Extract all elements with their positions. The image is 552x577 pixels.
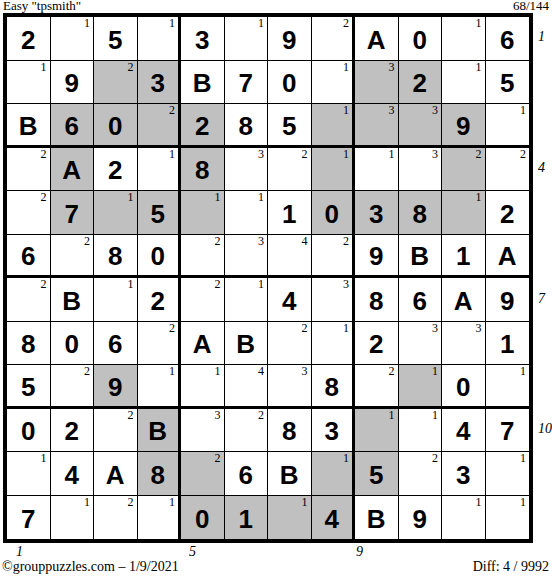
cell-r11c10[interactable]: 2 <box>399 452 443 496</box>
cell-value: 2 <box>413 70 427 96</box>
cell-value: 0 <box>195 506 209 532</box>
cell-r8c5[interactable]: A <box>181 322 225 366</box>
difficulty-text: Diff: 4 / 9992 <box>473 559 549 574</box>
cell-value: 5 <box>21 374 35 400</box>
cell-value: 5 <box>108 27 122 53</box>
cell-r9c7[interactable]: 3 <box>268 365 312 409</box>
cell-r4c4[interactable]: 1 <box>138 148 182 192</box>
cell-value: 2 <box>500 201 514 227</box>
cell-r10c5[interactable]: 3 <box>181 409 225 453</box>
cell-r3c11[interactable]: 9 <box>442 104 486 148</box>
cell-r2c9[interactable]: 3 <box>355 61 399 105</box>
cell-r6c2[interactable]: 2 <box>51 235 95 279</box>
cell-r12c10[interactable]: 9 <box>399 496 443 540</box>
cell-value: A <box>454 288 473 314</box>
pencil-mark: 2 <box>343 17 349 30</box>
cell-r9c4[interactable]: 1 <box>138 365 182 409</box>
cell-r5c7[interactable]: 1 <box>268 191 312 235</box>
cell-r5c6[interactable]: 1 <box>225 191 269 235</box>
cell-value: B <box>193 70 212 96</box>
copyright-text: ©grouppuzzles.com – 1/9/2021 <box>2 559 179 574</box>
cell-value: B <box>62 288 81 314</box>
cell-value: 3 <box>195 27 209 53</box>
cell-value: 0 <box>413 27 427 53</box>
cell-value: 1 <box>282 201 296 227</box>
cell-r11c8[interactable]: 1 <box>312 452 356 496</box>
cell-r10c3[interactable]: 2 <box>94 409 138 453</box>
cell-value: 8 <box>108 243 122 269</box>
cell-value: 0 <box>65 331 79 357</box>
cell-value: 2 <box>151 288 165 314</box>
pencil-mark: 1 <box>476 496 482 509</box>
row-label-10: 10 <box>538 422 552 436</box>
pencil-mark: 1 <box>389 409 395 422</box>
cell-value: 1 <box>239 506 253 532</box>
cell-r5c11[interactable]: 1 <box>442 191 486 235</box>
cell-r1c8[interactable]: 2 <box>312 17 356 61</box>
cell-r4c7[interactable]: 2 <box>268 148 312 192</box>
cell-r11c4[interactable]: 8 <box>138 452 182 496</box>
pencil-mark: 2 <box>84 235 90 248</box>
cell-r9c11[interactable]: 0 <box>442 365 486 409</box>
cell-value: A <box>193 331 212 357</box>
cell-r9c2[interactable]: 2 <box>51 365 95 409</box>
pencil-mark: 2 <box>476 148 482 161</box>
cell-r10c10[interactable]: 1 <box>399 409 443 453</box>
cell-r10c8[interactable]: 3 <box>312 409 356 453</box>
cell-r6c1[interactable]: 6 <box>7 235 51 279</box>
cell-r4c3[interactable]: 2 <box>94 148 138 192</box>
pencil-mark: 3 <box>432 322 438 335</box>
cell-r11c12[interactable]: 1 <box>486 452 530 496</box>
cell-value: 5 <box>500 70 514 96</box>
cell-value: 9 <box>108 374 122 400</box>
row-label-7: 7 <box>538 292 545 306</box>
cell-r5c1[interactable]: 2 <box>7 191 51 235</box>
cell-r2c2[interactable]: 9 <box>51 61 95 105</box>
pencil-mark: 3 <box>258 148 264 161</box>
cell-value: 5 <box>369 462 383 488</box>
cell-value: 0 <box>282 70 296 96</box>
pencil-mark: 1 <box>128 278 134 291</box>
cell-value: A <box>367 27 386 53</box>
cell-value: 2 <box>195 113 209 139</box>
cell-value: 0 <box>151 243 165 269</box>
cell-r10c6[interactable]: 2 <box>225 409 269 453</box>
cell-value: A <box>62 157 81 183</box>
pencil-mark: 3 <box>389 104 395 117</box>
pencil-mark: 1 <box>258 17 264 30</box>
cell-value: 9 <box>456 113 470 139</box>
cell-r8c9[interactable]: 2 <box>355 322 399 366</box>
pencil-mark: 1 <box>520 365 526 378</box>
cell-r6c4[interactable]: 0 <box>138 235 182 279</box>
cell-r11c1[interactable]: 1 <box>7 452 51 496</box>
cell-value: 7 <box>21 506 35 532</box>
pencil-mark: 2 <box>215 235 221 248</box>
pencil-mark: 1 <box>520 104 526 117</box>
pencil-mark: 2 <box>128 496 134 509</box>
pencil-mark: 1 <box>169 365 175 378</box>
cell-value: 7 <box>65 201 79 227</box>
cell-r3c4[interactable]: 2 <box>138 104 182 148</box>
cell-r5c10[interactable]: 8 <box>399 191 443 235</box>
cell-r7c7[interactable]: 4 <box>268 278 312 322</box>
cell-r4c10[interactable]: 3 <box>399 148 443 192</box>
cell-r9c9[interactable]: 2 <box>355 365 399 409</box>
pencil-mark: 1 <box>476 61 482 74</box>
pencil-mark: 1 <box>343 452 349 465</box>
cell-r7c8[interactable]: 3 <box>312 278 356 322</box>
cell-r11c6[interactable]: 6 <box>225 452 269 496</box>
cell-value: B <box>236 331 255 357</box>
cell-r4c6[interactable]: 3 <box>225 148 269 192</box>
cell-r10c7[interactable]: 8 <box>268 409 312 453</box>
cell-value: 0 <box>456 374 470 400</box>
cell-r4c11[interactable]: 2 <box>442 148 486 192</box>
cell-r7c12[interactable]: 9 <box>486 278 530 322</box>
cell-r12c11[interactable]: 1 <box>442 496 486 540</box>
cell-r3c7[interactable]: 5 <box>268 104 312 148</box>
cell-r7c10[interactable]: 6 <box>399 278 443 322</box>
cell-value: 2 <box>21 27 35 53</box>
cell-r2c8[interactable]: 1 <box>312 61 356 105</box>
cell-value: 5 <box>151 201 165 227</box>
cell-r12c8[interactable]: 4 <box>312 496 356 540</box>
pencil-mark: 2 <box>389 365 395 378</box>
cell-r5c4[interactable]: 5 <box>138 191 182 235</box>
pencil-mark: 3 <box>389 61 395 74</box>
cell-r10c9[interactable]: 1 <box>355 409 399 453</box>
cell-r6c9[interactable]: 9 <box>355 235 399 279</box>
cell-r9c6[interactable]: 4 <box>225 365 269 409</box>
cell-value: B <box>410 243 429 269</box>
cell-r9c10[interactable]: 1 <box>399 365 443 409</box>
pencil-mark: 3 <box>432 148 438 161</box>
progress-counter: 68/144 <box>513 0 549 13</box>
cell-value: 7 <box>500 418 514 444</box>
cell-r3c3[interactable]: 0 <box>94 104 138 148</box>
pencil-mark: 2 <box>41 278 47 291</box>
pencil-mark: 1 <box>258 278 264 291</box>
pencil-mark: 2 <box>302 148 308 161</box>
cell-r3c8[interactable]: 1 <box>312 104 356 148</box>
cell-r10c11[interactable]: 4 <box>442 409 486 453</box>
cell-value: 0 <box>325 201 339 227</box>
cell-value: 2 <box>369 331 383 357</box>
pencil-mark: 1 <box>169 496 175 509</box>
cell-value: 6 <box>21 243 35 269</box>
cell-r12c12[interactable]: 1 <box>486 496 530 540</box>
cell-value: 7 <box>239 70 253 96</box>
pencil-mark: 1 <box>389 148 395 161</box>
cell-r8c8[interactable]: 1 <box>312 322 356 366</box>
pencil-mark: 3 <box>343 278 349 291</box>
cell-r3c10[interactable]: 3 <box>399 104 443 148</box>
cell-value: 6 <box>500 27 514 53</box>
cell-r8c1[interactable]: 8 <box>7 322 51 366</box>
cell-r12c3[interactable]: 2 <box>94 496 138 540</box>
cell-value: 4 <box>282 288 296 314</box>
pencil-mark: 2 <box>215 278 221 291</box>
pencil-mark: 1 <box>215 365 221 378</box>
cell-r2c3[interactable]: 2 <box>94 61 138 105</box>
pencil-mark: 1 <box>476 191 482 204</box>
pencil-mark: 1 <box>343 148 349 161</box>
cell-r4c8[interactable]: 1 <box>312 148 356 192</box>
pencil-mark: 1 <box>41 61 47 74</box>
pencil-mark: 1 <box>343 104 349 117</box>
cell-r8c11[interactable]: 3 <box>442 322 486 366</box>
cell-r11c9[interactable]: 5 <box>355 452 399 496</box>
pencil-mark: 2 <box>302 322 308 335</box>
cell-value: 9 <box>413 506 427 532</box>
cell-r2c7[interactable]: 0 <box>268 61 312 105</box>
cell-value: 2 <box>108 157 122 183</box>
cell-r9c1[interactable]: 5 <box>7 365 51 409</box>
cell-value: 4 <box>325 506 339 532</box>
cell-value: 8 <box>325 374 339 400</box>
row-label-1: 1 <box>538 30 545 44</box>
cell-r8c4[interactable]: 2 <box>138 322 182 366</box>
cell-r3c9[interactable]: 3 <box>355 104 399 148</box>
cell-r8c12[interactable]: 1 <box>486 322 530 366</box>
pencil-mark: 2 <box>343 235 349 248</box>
cell-r1c10[interactable]: 0 <box>399 17 443 61</box>
cell-r2c1[interactable]: 1 <box>7 61 51 105</box>
cell-value: 8 <box>282 418 296 444</box>
pencil-mark: 3 <box>432 104 438 117</box>
cell-value: A <box>106 462 125 488</box>
cell-r1c11[interactable]: 1 <box>442 17 486 61</box>
cell-r7c1[interactable]: 2 <box>7 278 51 322</box>
sudoku-board: 21513192A0161923B7013215B602285133912A21… <box>3 13 533 543</box>
pencil-mark: 3 <box>476 322 482 335</box>
pencil-mark: 2 <box>432 452 438 465</box>
cell-r2c4[interactable]: 3 <box>138 61 182 105</box>
cell-value: 8 <box>369 288 383 314</box>
cell-r10c4[interactable]: B <box>138 409 182 453</box>
cell-value: 9 <box>369 243 383 269</box>
col-label-5: 5 <box>189 545 196 559</box>
cell-r2c12[interactable]: 5 <box>486 61 530 105</box>
cell-r7c11[interactable]: A <box>442 278 486 322</box>
cell-value: 1 <box>500 331 514 357</box>
cell-r5c2[interactable]: 7 <box>51 191 95 235</box>
cell-r12c1[interactable]: 7 <box>7 496 51 540</box>
cell-value: 0 <box>108 113 122 139</box>
pencil-mark: 2 <box>41 191 47 204</box>
cell-value: 8 <box>151 462 165 488</box>
pencil-mark: 1 <box>343 322 349 335</box>
cell-r11c7[interactable]: B <box>268 452 312 496</box>
cell-r6c10[interactable]: B <box>399 235 443 279</box>
cell-value: 8 <box>413 201 427 227</box>
cell-r9c12[interactable]: 1 <box>486 365 530 409</box>
cell-value: 2 <box>65 418 79 444</box>
cell-r1c4[interactable]: 1 <box>138 17 182 61</box>
pencil-mark: 1 <box>432 365 438 378</box>
pencil-mark: 1 <box>169 17 175 30</box>
cell-r9c5[interactable]: 1 <box>181 365 225 409</box>
pencil-mark: 4 <box>302 235 308 248</box>
cell-r1c1[interactable]: 2 <box>7 17 51 61</box>
cell-r12c4[interactable]: 1 <box>138 496 182 540</box>
cell-value: 8 <box>195 157 209 183</box>
cell-value: 8 <box>21 331 35 357</box>
pencil-mark: 1 <box>84 496 90 509</box>
cell-r8c2[interactable]: 0 <box>51 322 95 366</box>
cell-r6c11[interactable]: 1 <box>442 235 486 279</box>
pencil-mark: 2 <box>128 61 134 74</box>
cell-value: 6 <box>413 288 427 314</box>
cell-r10c2[interactable]: 2 <box>51 409 95 453</box>
cell-r1c7[interactable]: 9 <box>268 17 312 61</box>
cell-r5c3[interactable]: 1 <box>94 191 138 235</box>
cell-value: 6 <box>239 462 253 488</box>
pencil-mark: 1 <box>520 452 526 465</box>
cell-r12c5[interactable]: 0 <box>181 496 225 540</box>
col-label-1: 1 <box>16 545 23 559</box>
cell-value: 8 <box>239 113 253 139</box>
cell-r7c4[interactable]: 2 <box>138 278 182 322</box>
cell-value: 4 <box>65 462 79 488</box>
pencil-mark: 2 <box>169 104 175 117</box>
pencil-mark: 1 <box>476 17 482 30</box>
cell-r4c5[interactable]: 8 <box>181 148 225 192</box>
pencil-mark: 4 <box>258 365 264 378</box>
cell-r1c2[interactable]: 1 <box>51 17 95 61</box>
cell-r6c7[interactable]: 4 <box>268 235 312 279</box>
pencil-mark: 2 <box>520 148 526 161</box>
cell-r2c6[interactable]: 7 <box>225 61 269 105</box>
cell-value: 1 <box>456 243 470 269</box>
cell-r3c6[interactable]: 8 <box>225 104 269 148</box>
pencil-mark: 1 <box>128 191 134 204</box>
cell-r3c2[interactable]: 6 <box>51 104 95 148</box>
cell-r4c12[interactable]: 2 <box>486 148 530 192</box>
cell-r6c6[interactable]: 3 <box>225 235 269 279</box>
cell-r7c9[interactable]: 8 <box>355 278 399 322</box>
col-label-9: 9 <box>356 545 363 559</box>
cell-r3c5[interactable]: 2 <box>181 104 225 148</box>
cell-r2c10[interactable]: 2 <box>399 61 443 105</box>
pencil-mark: 2 <box>41 148 47 161</box>
cell-value: A <box>498 243 517 269</box>
cell-value: B <box>367 506 386 532</box>
pencil-mark: 3 <box>215 409 221 422</box>
pencil-mark: 1 <box>520 496 526 509</box>
pencil-mark: 2 <box>84 365 90 378</box>
cell-r8c6[interactable]: B <box>225 322 269 366</box>
cell-value: 3 <box>151 70 165 96</box>
pencil-mark: 1 <box>302 496 308 509</box>
cell-value: 9 <box>282 27 296 53</box>
row-label-4: 4 <box>538 161 545 175</box>
pencil-mark: 1 <box>84 17 90 30</box>
pencil-mark: 1 <box>343 61 349 74</box>
cell-r6c8[interactable]: 2 <box>312 235 356 279</box>
cell-r5c5[interactable]: 1 <box>181 191 225 235</box>
cell-r11c3[interactable]: A <box>94 452 138 496</box>
cell-value: B <box>280 462 299 488</box>
cell-r1c6[interactable]: 1 <box>225 17 269 61</box>
cell-r7c2[interactable]: B <box>51 278 95 322</box>
pencil-mark: 3 <box>258 235 264 248</box>
cell-value: B <box>19 113 38 139</box>
cell-value: 3 <box>456 462 470 488</box>
cell-r1c3[interactable]: 5 <box>94 17 138 61</box>
cell-r7c3[interactable]: 1 <box>94 278 138 322</box>
pencil-mark: 1 <box>215 191 221 204</box>
pencil-mark: 1 <box>432 409 438 422</box>
cell-r10c12[interactable]: 7 <box>486 409 530 453</box>
cell-r3c1[interactable]: B <box>7 104 51 148</box>
cell-r4c2[interactable]: A <box>51 148 95 192</box>
cell-r10c1[interactable]: 0 <box>7 409 51 453</box>
cell-r7c5[interactable]: 2 <box>181 278 225 322</box>
pencil-mark: 2 <box>128 409 134 422</box>
cell-r1c12[interactable]: 6 <box>486 17 530 61</box>
cell-r8c10[interactable]: 3 <box>399 322 443 366</box>
cell-r9c8[interactable]: 8 <box>312 365 356 409</box>
puzzle-title: Easy "tpsmith" <box>3 0 81 13</box>
cell-r1c9[interactable]: A <box>355 17 399 61</box>
pencil-mark: 2 <box>169 322 175 335</box>
cell-r12c2[interactable]: 1 <box>51 496 95 540</box>
cell-r5c8[interactable]: 0 <box>312 191 356 235</box>
cell-r2c11[interactable]: 1 <box>442 61 486 105</box>
cell-r6c3[interactable]: 8 <box>94 235 138 279</box>
cell-r8c7[interactable]: 2 <box>268 322 312 366</box>
cell-r2c5[interactable]: B <box>181 61 225 105</box>
pencil-mark: 1 <box>41 452 47 465</box>
puzzle-page: Easy "tpsmith" 68/144 21513192A0161923B7… <box>0 0 552 577</box>
cell-r6c12[interactable]: A <box>486 235 530 279</box>
cell-r11c2[interactable]: 4 <box>51 452 95 496</box>
cell-r7c6[interactable]: 1 <box>225 278 269 322</box>
cell-value: 5 <box>282 113 296 139</box>
cell-r11c5[interactable]: 2 <box>181 452 225 496</box>
pencil-mark: 3 <box>302 365 308 378</box>
cell-value: 9 <box>500 288 514 314</box>
cell-value: 6 <box>108 331 122 357</box>
cell-r11c11[interactable]: 3 <box>442 452 486 496</box>
cell-value: 3 <box>369 201 383 227</box>
cell-r12c7[interactable]: 1 <box>268 496 312 540</box>
cell-value: B <box>148 418 167 444</box>
cell-r5c9[interactable]: 3 <box>355 191 399 235</box>
cell-value: 0 <box>21 418 35 444</box>
cell-r12c9[interactable]: B <box>355 496 399 540</box>
cell-r9c3[interactable]: 9 <box>94 365 138 409</box>
cell-r4c9[interactable]: 1 <box>355 148 399 192</box>
pencil-mark: 2 <box>258 409 264 422</box>
pencil-mark: 1 <box>169 148 175 161</box>
pencil-mark: 2 <box>215 452 221 465</box>
pencil-mark: 1 <box>258 191 264 204</box>
cell-r6c5[interactable]: 2 <box>181 235 225 279</box>
cell-r5c12[interactable]: 2 <box>486 191 530 235</box>
cell-r3c12[interactable]: 1 <box>486 104 530 148</box>
cell-value: 9 <box>65 70 79 96</box>
cell-value: 3 <box>325 418 339 444</box>
cell-r8c3[interactable]: 6 <box>94 322 138 366</box>
cell-r12c6[interactable]: 1 <box>225 496 269 540</box>
cell-r4c1[interactable]: 2 <box>7 148 51 192</box>
cell-r1c5[interactable]: 3 <box>181 17 225 61</box>
cell-value: 6 <box>65 113 79 139</box>
